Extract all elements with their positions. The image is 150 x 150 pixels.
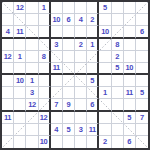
cell-r4c9[interactable] — [99, 39, 111, 51]
cell-r3c8[interactable] — [87, 26, 99, 38]
cell-r4c3[interactable] — [26, 39, 38, 51]
cell-r1c8[interactable] — [87, 2, 99, 14]
cell-r8c5[interactable] — [51, 87, 63, 99]
cell-r1c6[interactable] — [63, 2, 75, 14]
cell-r9c1[interactable] — [2, 99, 14, 111]
cell-r11c3[interactable] — [26, 124, 38, 136]
cell-r8c1[interactable] — [2, 87, 14, 99]
cell-r7c7[interactable] — [75, 75, 87, 87]
cell-r6c4[interactable] — [39, 63, 51, 75]
cell-r4c10[interactable]: 8 — [112, 39, 124, 51]
cell-r3c2[interactable]: 11 — [14, 26, 26, 38]
cell-r3c9[interactable]: 10 — [99, 26, 111, 38]
cell-r12c12[interactable] — [136, 136, 148, 148]
cell-r9c9[interactable] — [99, 99, 111, 111]
cell-r8c11[interactable]: 11 — [124, 87, 136, 99]
cell-r12c6[interactable] — [63, 136, 75, 148]
cell-r11c4[interactable] — [39, 124, 51, 136]
cell-r11c8[interactable]: 11 — [87, 124, 99, 136]
cell-r4c8[interactable]: 1 — [87, 39, 99, 51]
cell-r2c5[interactable]: 10 — [51, 14, 63, 26]
cell-r2c10[interactable] — [112, 14, 124, 26]
cell-r5c3[interactable] — [26, 51, 38, 63]
cell-r8c6[interactable] — [63, 87, 75, 99]
cell-r11c2[interactable] — [14, 124, 26, 136]
cell-r4c11[interactable] — [124, 39, 136, 51]
cell-r2c3[interactable] — [26, 14, 38, 26]
cell-r10c12[interactable]: 7 — [136, 112, 148, 124]
cell-r12c1[interactable] — [2, 136, 14, 148]
cell-r8c9[interactable]: 1 — [99, 87, 111, 99]
cell-r9c10[interactable] — [112, 99, 124, 111]
cell-r11c5[interactable]: 4 — [51, 124, 63, 136]
cell-r3c12[interactable]: 6 — [136, 26, 148, 38]
cell-r10c7[interactable] — [75, 112, 87, 124]
cell-r5c6[interactable] — [63, 51, 75, 63]
cell-r1c4[interactable]: 1 — [39, 2, 51, 14]
cell-r3c4[interactable] — [39, 26, 51, 38]
cell-r2c4[interactable] — [39, 14, 51, 26]
cell-r9c5[interactable]: 7 — [51, 99, 63, 111]
cell-r6c8[interactable] — [87, 63, 99, 75]
sudoku-board: 1215106424111063218121821151010153111512… — [0, 0, 150, 150]
cell-r7c10[interactable] — [112, 75, 124, 87]
cell-r2c1[interactable] — [2, 14, 14, 26]
cell-r11c11[interactable] — [124, 124, 136, 136]
cell-r12c4[interactable]: 10 — [39, 136, 51, 148]
sudoku-grid: 1215106424111063218121821151010153111512… — [2, 2, 148, 148]
cell-r8c8[interactable] — [87, 87, 99, 99]
cell-r5c10[interactable]: 2 — [112, 51, 124, 63]
cell-r2c8[interactable]: 2 — [87, 14, 99, 26]
cell-r10c1[interactable]: 11 — [2, 112, 14, 124]
cell-r12c8[interactable] — [87, 136, 99, 148]
cell-r7c3[interactable]: 1 — [26, 75, 38, 87]
cell-r9c7[interactable] — [75, 99, 87, 111]
cell-r4c6[interactable] — [63, 39, 75, 51]
cell-r9c12[interactable] — [136, 99, 148, 111]
cell-r9c11[interactable] — [124, 99, 136, 111]
cell-r10c10[interactable] — [112, 112, 124, 124]
cell-r3c11[interactable] — [124, 26, 136, 38]
cell-r12c5[interactable] — [51, 136, 63, 148]
cell-r5c11[interactable] — [124, 51, 136, 63]
cell-r7c9[interactable] — [99, 75, 111, 87]
cell-r5c12[interactable] — [136, 51, 148, 63]
cell-r6c5[interactable]: 11 — [51, 63, 63, 75]
cell-r11c12[interactable] — [136, 124, 148, 136]
cell-r8c7[interactable] — [75, 87, 87, 99]
cell-r10c4[interactable]: 12 — [39, 112, 51, 124]
cell-r4c4[interactable] — [39, 39, 51, 51]
cell-r2c7[interactable]: 4 — [75, 14, 87, 26]
cell-r6c3[interactable] — [26, 63, 38, 75]
cell-r11c10[interactable] — [112, 124, 124, 136]
cell-r6c10[interactable]: 5 — [112, 63, 124, 75]
cell-r6c6[interactable] — [63, 63, 75, 75]
cell-r5c1[interactable]: 12 — [2, 51, 14, 63]
cell-r1c11[interactable] — [124, 2, 136, 14]
cell-r1c7[interactable] — [75, 2, 87, 14]
cell-r12c3[interactable] — [26, 136, 38, 148]
cell-r1c10[interactable] — [112, 2, 124, 14]
cell-r2c9[interactable] — [99, 14, 111, 26]
cell-r3c5[interactable] — [51, 26, 63, 38]
cell-r3c3[interactable] — [26, 26, 38, 38]
cell-r2c6[interactable]: 6 — [63, 14, 75, 26]
cell-r6c1[interactable] — [2, 63, 14, 75]
cell-r12c2[interactable] — [14, 136, 26, 148]
cell-r8c4[interactable] — [39, 87, 51, 99]
cell-r10c9[interactable] — [99, 112, 111, 124]
cell-r3c6[interactable] — [63, 26, 75, 38]
cell-r7c8[interactable]: 5 — [87, 75, 99, 87]
cell-r1c12[interactable] — [136, 2, 148, 14]
cell-r6c12[interactable] — [136, 63, 148, 75]
cell-r8c2[interactable] — [14, 87, 26, 99]
cell-r4c1[interactable] — [2, 39, 14, 51]
cell-r11c1[interactable] — [2, 124, 14, 136]
cell-r11c6[interactable]: 5 — [63, 124, 75, 136]
cell-r4c5[interactable]: 3 — [51, 39, 63, 51]
cell-r8c10[interactable] — [112, 87, 124, 99]
cell-r6c9[interactable] — [99, 63, 111, 75]
cell-r8c12[interactable]: 5 — [136, 87, 148, 99]
cell-r11c9[interactable] — [99, 124, 111, 136]
cell-r2c12[interactable] — [136, 14, 148, 26]
cell-r12c9[interactable]: 2 — [99, 136, 111, 148]
cell-r12c7[interactable] — [75, 136, 87, 148]
cell-r7c11[interactable] — [124, 75, 136, 87]
cell-r7c5[interactable] — [51, 75, 63, 87]
cell-r10c11[interactable]: 5 — [124, 112, 136, 124]
cell-r1c2[interactable]: 12 — [14, 2, 26, 14]
cell-r5c5[interactable] — [51, 51, 63, 63]
cell-r6c11[interactable]: 10 — [124, 63, 136, 75]
cell-r8c3[interactable]: 3 — [26, 87, 38, 99]
cell-r9c2[interactable] — [14, 99, 26, 111]
cell-r5c8[interactable] — [87, 51, 99, 63]
cell-r1c9[interactable]: 5 — [99, 2, 111, 14]
cell-r5c4[interactable]: 8 — [39, 51, 51, 63]
cell-r11c7[interactable]: 3 — [75, 124, 87, 136]
cell-r12c11[interactable]: 6 — [124, 136, 136, 148]
cell-r10c8[interactable] — [87, 112, 99, 124]
cell-r5c9[interactable] — [99, 51, 111, 63]
cell-r2c2[interactable] — [14, 14, 26, 26]
cell-r7c4[interactable] — [39, 75, 51, 87]
cell-r3c1[interactable]: 4 — [2, 26, 14, 38]
cell-r1c3[interactable] — [26, 2, 38, 14]
cell-r7c6[interactable] — [63, 75, 75, 87]
cell-r10c3[interactable] — [26, 112, 38, 124]
cell-r1c1[interactable] — [2, 2, 14, 14]
cell-r10c2[interactable] — [14, 112, 26, 124]
cell-r5c7[interactable] — [75, 51, 87, 63]
cell-r4c2[interactable] — [14, 39, 26, 51]
cell-r3c7[interactable] — [75, 26, 87, 38]
cell-r10c6[interactable] — [63, 112, 75, 124]
cell-r7c12[interactable] — [136, 75, 148, 87]
cell-r4c7[interactable]: 2 — [75, 39, 87, 51]
cell-r7c2[interactable]: 10 — [14, 75, 26, 87]
cell-r10c5[interactable] — [51, 112, 63, 124]
cell-r3c10[interactable] — [112, 26, 124, 38]
cell-r9c6[interactable]: 9 — [63, 99, 75, 111]
cell-r9c4[interactable] — [39, 99, 51, 111]
cell-r2c11[interactable] — [124, 14, 136, 26]
cell-r6c7[interactable] — [75, 63, 87, 75]
cell-r7c1[interactable] — [2, 75, 14, 87]
cell-r4c12[interactable] — [136, 39, 148, 51]
cell-r5c2[interactable]: 1 — [14, 51, 26, 63]
cell-r9c3[interactable]: 12 — [26, 99, 38, 111]
cell-r6c2[interactable] — [14, 63, 26, 75]
cell-r1c5[interactable] — [51, 2, 63, 14]
cell-r12c10[interactable] — [112, 136, 124, 148]
cell-r9c8[interactable]: 6 — [87, 99, 99, 111]
